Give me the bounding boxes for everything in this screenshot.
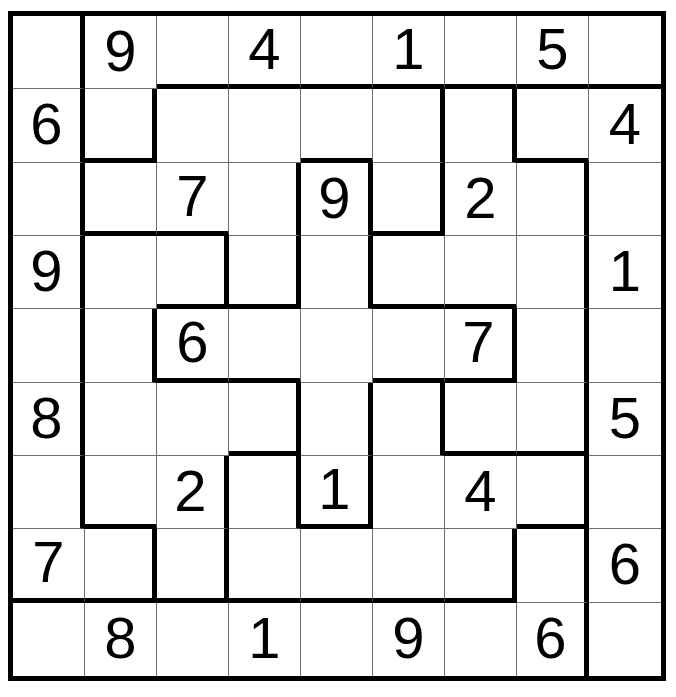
- cell-r5c1[interactable]: [13, 309, 85, 382]
- cell-r4c2[interactable]: [85, 236, 157, 309]
- cell-r6c8[interactable]: [517, 383, 589, 456]
- cell-r5c2[interactable]: [85, 309, 157, 382]
- cell-r5c9[interactable]: [589, 309, 661, 382]
- cell-r3c2[interactable]: [85, 163, 157, 236]
- cell-r6c1: 8: [13, 383, 85, 456]
- cell-r9c6: 9: [373, 603, 445, 676]
- cell-r2c5[interactable]: [301, 89, 373, 162]
- given-digit: 9: [104, 22, 136, 80]
- cell-r2c7[interactable]: [445, 89, 517, 162]
- cell-r2c9: 4: [589, 89, 661, 162]
- cell-r8c1: 7: [13, 529, 85, 602]
- cell-r9c5[interactable]: [301, 603, 373, 676]
- cell-r2c4[interactable]: [229, 89, 301, 162]
- cell-r1c3[interactable]: [157, 16, 229, 89]
- cell-r3c5: 9: [301, 163, 373, 236]
- sudoku-board: 941564792916785214768196: [8, 11, 666, 681]
- given-digit: 1: [609, 242, 641, 300]
- cell-r9c2: 8: [85, 603, 157, 676]
- cell-r3c7: 2: [445, 163, 517, 236]
- cell-r9c7[interactable]: [445, 603, 517, 676]
- cell-r7c1[interactable]: [13, 456, 85, 529]
- cell-r8c3[interactable]: [157, 529, 229, 602]
- cell-r5c4[interactable]: [229, 309, 301, 382]
- cell-r2c2[interactable]: [85, 89, 157, 162]
- given-digit: 5: [609, 389, 641, 447]
- cell-r5c8[interactable]: [517, 309, 589, 382]
- cell-r2c1: 6: [13, 89, 85, 162]
- cell-r1c4: 4: [229, 16, 301, 89]
- cell-r3c3: 7: [157, 163, 229, 236]
- cell-r4c4[interactable]: [229, 236, 301, 309]
- given-digit: 6: [534, 609, 566, 667]
- cell-r3c6[interactable]: [373, 163, 445, 236]
- cell-r7c3: 2: [157, 456, 229, 529]
- cell-r6c6[interactable]: [373, 383, 445, 456]
- cell-r6c9: 5: [589, 383, 661, 456]
- cell-r5c7: 7: [445, 309, 517, 382]
- given-digit: 4: [609, 95, 641, 153]
- cell-r4c9: 1: [589, 236, 661, 309]
- cell-r8c5[interactable]: [301, 529, 373, 602]
- given-digit: 9: [30, 242, 62, 300]
- given-digit: 9: [392, 609, 424, 667]
- cell-r1c6: 1: [373, 16, 445, 89]
- cell-r9c4: 1: [229, 603, 301, 676]
- cell-r8c9: 6: [589, 529, 661, 602]
- cell-r7c4[interactable]: [229, 456, 301, 529]
- cell-r4c3[interactable]: [157, 236, 229, 309]
- given-digit: 5: [536, 20, 568, 78]
- cell-r4c8[interactable]: [517, 236, 589, 309]
- cell-r5c6[interactable]: [373, 309, 445, 382]
- cell-r8c4[interactable]: [229, 529, 301, 602]
- cell-r1c8: 5: [517, 16, 589, 89]
- cell-r2c8[interactable]: [517, 89, 589, 162]
- cell-r5c5[interactable]: [301, 309, 373, 382]
- cell-r4c6[interactable]: [373, 236, 445, 309]
- cell-r9c3[interactable]: [157, 603, 229, 676]
- cell-r8c7[interactable]: [445, 529, 517, 602]
- given-digit: 4: [248, 20, 280, 78]
- given-digit: 8: [104, 609, 136, 667]
- cell-r6c7[interactable]: [445, 383, 517, 456]
- puzzle-page: 941564792916785214768196: [0, 0, 676, 697]
- cell-r6c3[interactable]: [157, 383, 229, 456]
- cell-r4c7[interactable]: [445, 236, 517, 309]
- cell-r1c1[interactable]: [13, 16, 85, 89]
- given-digit: 6: [30, 95, 62, 153]
- cell-r1c2: 9: [85, 16, 157, 89]
- cell-r4c1: 9: [13, 236, 85, 309]
- cell-r4c5[interactable]: [301, 236, 373, 309]
- cell-r7c7: 4: [445, 456, 517, 529]
- cell-r8c2[interactable]: [85, 529, 157, 602]
- cell-r8c8[interactable]: [517, 529, 589, 602]
- cell-r6c5[interactable]: [301, 383, 373, 456]
- cell-r2c6[interactable]: [373, 89, 445, 162]
- given-digit: 2: [464, 169, 496, 227]
- cell-r3c9[interactable]: [589, 163, 661, 236]
- given-digit: 4: [464, 462, 496, 520]
- given-digit: 7: [462, 313, 494, 371]
- cell-r2c3[interactable]: [157, 89, 229, 162]
- given-digit: 6: [609, 535, 641, 593]
- cell-r7c9[interactable]: [589, 456, 661, 529]
- cell-r8c6[interactable]: [373, 529, 445, 602]
- cell-r9c1[interactable]: [13, 603, 85, 676]
- given-digit: 1: [318, 460, 350, 518]
- cell-r3c1[interactable]: [13, 163, 85, 236]
- cell-r7c2[interactable]: [85, 456, 157, 529]
- given-digit: 2: [174, 462, 206, 520]
- given-digit: 6: [176, 313, 208, 371]
- cell-r1c9[interactable]: [589, 16, 661, 89]
- given-digit: 7: [176, 167, 208, 225]
- cell-r6c2[interactable]: [85, 383, 157, 456]
- cell-r7c6[interactable]: [373, 456, 445, 529]
- given-digit: 1: [392, 20, 424, 78]
- cell-r7c8[interactable]: [517, 456, 589, 529]
- cell-r1c7[interactable]: [445, 16, 517, 89]
- cell-r6c4[interactable]: [229, 383, 301, 456]
- cell-r9c9[interactable]: [589, 603, 661, 676]
- given-digit: 9: [318, 169, 350, 227]
- given-digit: 7: [32, 533, 64, 591]
- cell-r3c4[interactable]: [229, 163, 301, 236]
- cell-r1c5[interactable]: [301, 16, 373, 89]
- cell-r3c8[interactable]: [517, 163, 589, 236]
- cell-r9c8: 6: [517, 603, 589, 676]
- given-digit: 8: [30, 389, 62, 447]
- cell-r5c3: 6: [157, 309, 229, 382]
- cell-r7c5: 1: [301, 456, 373, 529]
- given-digit: 1: [248, 609, 280, 667]
